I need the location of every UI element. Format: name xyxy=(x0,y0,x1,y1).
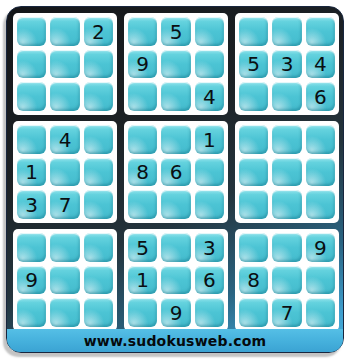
cell-r6c5[interactable] xyxy=(161,190,190,219)
cell-r3c7[interactable] xyxy=(239,82,268,111)
watermark-url: www.sudokusweb.com xyxy=(84,333,267,349)
cell-r2c1[interactable] xyxy=(17,50,46,79)
box-1-2: 594 xyxy=(124,13,228,115)
cell-r5c6[interactable] xyxy=(195,158,224,187)
cell-r7c7[interactable] xyxy=(239,233,268,262)
cell-r1c4[interactable] xyxy=(128,17,157,46)
cell-r8c7[interactable]: 8 xyxy=(239,266,268,295)
cell-r2c8[interactable]: 3 xyxy=(272,50,301,79)
cell-r3c9[interactable]: 6 xyxy=(306,82,335,111)
cell-r9c5[interactable]: 9 xyxy=(161,298,190,327)
cell-r8c6[interactable]: 6 xyxy=(195,266,224,295)
box-2-1: 4137 xyxy=(13,121,117,223)
cell-r1c5[interactable]: 5 xyxy=(161,17,190,46)
cell-r2c3[interactable] xyxy=(84,50,113,79)
cell-r4c4[interactable] xyxy=(128,125,157,154)
cell-r9c3[interactable] xyxy=(84,298,113,327)
box-1-3: 5346 xyxy=(235,13,339,115)
cell-r5c3[interactable] xyxy=(84,158,113,187)
cell-r2c9[interactable]: 4 xyxy=(306,50,335,79)
cell-r8c2[interactable] xyxy=(50,266,79,295)
cell-r9c9[interactable] xyxy=(306,298,335,327)
cell-r6c2[interactable]: 7 xyxy=(50,190,79,219)
cell-r9c1[interactable] xyxy=(17,298,46,327)
cell-r8c9[interactable] xyxy=(306,266,335,295)
cell-r1c8[interactable] xyxy=(272,17,301,46)
cell-r6c6[interactable] xyxy=(195,190,224,219)
box-3-1: 9 xyxy=(13,229,117,331)
cell-r4c3[interactable] xyxy=(84,125,113,154)
cell-r4c6[interactable]: 1 xyxy=(195,125,224,154)
cell-r8c5[interactable] xyxy=(161,266,190,295)
cell-r1c1[interactable] xyxy=(17,17,46,46)
cell-r8c4[interactable]: 1 xyxy=(128,266,157,295)
cell-r3c8[interactable] xyxy=(272,82,301,111)
cell-r9c6[interactable] xyxy=(195,298,224,327)
cell-r8c8[interactable] xyxy=(272,266,301,295)
cell-r4c2[interactable]: 4 xyxy=(50,125,79,154)
cell-r1c6[interactable] xyxy=(195,17,224,46)
cell-r2c2[interactable] xyxy=(50,50,79,79)
box-3-3: 987 xyxy=(235,229,339,331)
sudoku-grid: 259453464137186953169987 xyxy=(13,13,337,331)
cell-r4c9[interactable] xyxy=(306,125,335,154)
box-2-3 xyxy=(235,121,339,223)
cell-r9c4[interactable] xyxy=(128,298,157,327)
cell-r5c4[interactable]: 8 xyxy=(128,158,157,187)
cell-r9c7[interactable] xyxy=(239,298,268,327)
cell-r1c7[interactable] xyxy=(239,17,268,46)
cell-r5c9[interactable] xyxy=(306,158,335,187)
cell-r6c4[interactable] xyxy=(128,190,157,219)
box-2-2: 186 xyxy=(124,121,228,223)
cell-r7c8[interactable] xyxy=(272,233,301,262)
cell-r6c9[interactable] xyxy=(306,190,335,219)
cell-r2c4[interactable]: 9 xyxy=(128,50,157,79)
cell-r2c5[interactable] xyxy=(161,50,190,79)
cell-r7c6[interactable]: 3 xyxy=(195,233,224,262)
sudoku-page: 259453464137186953169987 www.sudokusweb.… xyxy=(0,0,350,360)
cell-r3c5[interactable] xyxy=(161,82,190,111)
cell-r3c6[interactable]: 4 xyxy=(195,82,224,111)
cell-r9c8[interactable]: 7 xyxy=(272,298,301,327)
cell-r7c4[interactable]: 5 xyxy=(128,233,157,262)
box-3-2: 53169 xyxy=(124,229,228,331)
cell-r3c2[interactable] xyxy=(50,82,79,111)
cell-r1c2[interactable] xyxy=(50,17,79,46)
cell-r8c1[interactable]: 9 xyxy=(17,266,46,295)
cell-r3c3[interactable] xyxy=(84,82,113,111)
cell-r4c8[interactable] xyxy=(272,125,301,154)
cell-r7c3[interactable] xyxy=(84,233,113,262)
cell-r6c1[interactable]: 3 xyxy=(17,190,46,219)
box-1-1: 2 xyxy=(13,13,117,115)
cell-r6c7[interactable] xyxy=(239,190,268,219)
cell-r2c7[interactable]: 5 xyxy=(239,50,268,79)
cell-r3c4[interactable] xyxy=(128,82,157,111)
cell-r7c1[interactable] xyxy=(17,233,46,262)
cell-r8c3[interactable] xyxy=(84,266,113,295)
cell-r6c8[interactable] xyxy=(272,190,301,219)
cell-r5c7[interactable] xyxy=(239,158,268,187)
cell-r3c1[interactable] xyxy=(17,82,46,111)
cell-r5c2[interactable] xyxy=(50,158,79,187)
cell-r1c3[interactable]: 2 xyxy=(84,17,113,46)
cell-r6c3[interactable] xyxy=(84,190,113,219)
cell-r5c5[interactable]: 6 xyxy=(161,158,190,187)
watermark-bar: www.sudokusweb.com xyxy=(7,329,343,352)
cell-r7c2[interactable] xyxy=(50,233,79,262)
cell-r1c9[interactable] xyxy=(306,17,335,46)
sudoku-board: 259453464137186953169987 www.sudokusweb.… xyxy=(6,6,344,353)
cell-r5c1[interactable]: 1 xyxy=(17,158,46,187)
cell-r4c7[interactable] xyxy=(239,125,268,154)
cell-r5c8[interactable] xyxy=(272,158,301,187)
cell-r7c5[interactable] xyxy=(161,233,190,262)
cell-r4c5[interactable] xyxy=(161,125,190,154)
cell-r9c2[interactable] xyxy=(50,298,79,327)
cell-r7c9[interactable]: 9 xyxy=(306,233,335,262)
cell-r2c6[interactable] xyxy=(195,50,224,79)
cell-r4c1[interactable] xyxy=(17,125,46,154)
